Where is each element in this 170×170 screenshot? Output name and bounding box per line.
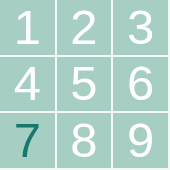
sudoku-cell-r1c2[interactable]: 2: [57, 0, 112, 55]
sudoku-board: 1 2 3 4 5 6 7 8 9: [0, 0, 170, 170]
sudoku-cell-r3c1[interactable]: 7: [0, 113, 55, 168]
sudoku-cell-r1c3[interactable]: 3: [113, 0, 168, 55]
sudoku-cell-r2c3[interactable]: 6: [113, 57, 168, 112]
sudoku-cell-r2c2[interactable]: 5: [57, 57, 112, 112]
sudoku-cell-r3c3[interactable]: 9: [113, 113, 168, 168]
sudoku-cell-r2c1[interactable]: 4: [0, 57, 55, 112]
sudoku-cell-r1c1[interactable]: 1: [0, 0, 55, 55]
sudoku-cell-r3c2[interactable]: 8: [57, 113, 112, 168]
